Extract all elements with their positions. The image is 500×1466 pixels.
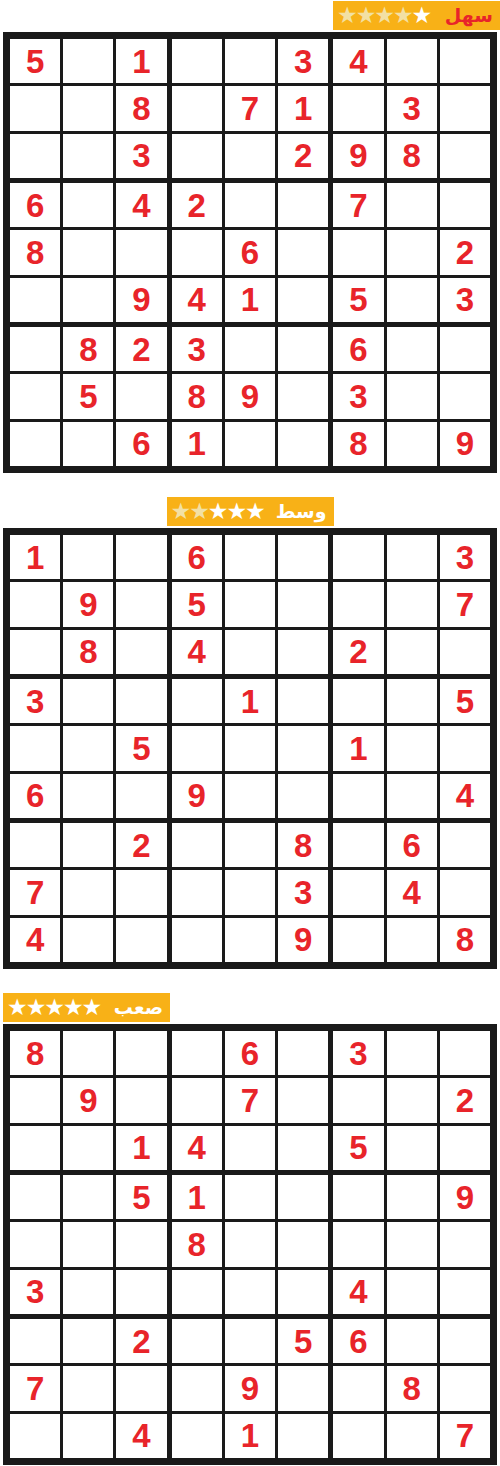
sudoku-cell-r1c3[interactable]: 1	[116, 39, 166, 83]
sudoku-cell-r9c9[interactable]: 7	[440, 1414, 490, 1458]
sudoku-cell-r8c1[interactable]: 7	[10, 870, 60, 914]
sudoku-cell-r7c2[interactable]: 8	[63, 327, 113, 371]
sudoku-cell-r2c8[interactable]	[387, 1078, 437, 1122]
sudoku-box: 274	[10, 823, 167, 962]
sudoku-cell-r4c3[interactable]: 5	[116, 1175, 166, 1219]
given-digit: 4	[188, 635, 206, 668]
sudoku-cell-r6c9[interactable]: 4	[440, 774, 490, 818]
sudoku-cell-r5c3[interactable]: 5	[116, 726, 166, 770]
sudoku-cell-r1c5[interactable]: 6	[225, 1031, 275, 1075]
sudoku-cell-r6c8[interactable]	[387, 278, 437, 322]
sudoku-cell-r5c4[interactable]	[172, 230, 222, 274]
sudoku-cell-r9c3[interactable]	[116, 918, 166, 962]
given-digit: 6	[132, 427, 150, 460]
sudoku-cell-r6c8[interactable]	[387, 774, 437, 818]
sudoku-cell-r5c1[interactable]: 8	[10, 230, 60, 274]
sudoku-cell-r4c2[interactable]	[63, 1175, 113, 1219]
sudoku-cell-r1c1[interactable]: 5	[10, 39, 60, 83]
sudoku-cell-r9c7[interactable]	[333, 918, 383, 962]
sudoku-cell-r9c3[interactable]: 4	[116, 1414, 166, 1458]
given-digit: 5	[349, 1131, 367, 1164]
sudoku-cell-r2c4[interactable]	[172, 86, 222, 130]
sudoku-cell-r4c6[interactable]	[278, 1175, 328, 1219]
sudoku-cell-r8c6[interactable]: 3	[278, 870, 328, 914]
star-icon: ★	[208, 497, 229, 526]
sudoku-cell-r6c5[interactable]: 1	[225, 278, 275, 322]
sudoku-cell-r3c9[interactable]	[440, 134, 490, 178]
sudoku-cell-r6c7[interactable]	[333, 774, 383, 818]
sudoku-cell-r9c9[interactable]: 8	[440, 918, 490, 962]
sudoku-cell-r2c3[interactable]	[116, 582, 166, 626]
sudoku-cell-r3c9[interactable]	[440, 630, 490, 674]
sudoku-cell-r5c4[interactable]: 8	[172, 1222, 222, 1266]
sudoku-cell-r3c4[interactable]: 4	[172, 1126, 222, 1170]
sudoku-cell-r5c8[interactable]	[387, 1222, 437, 1266]
sudoku-cell-r8c3[interactable]	[116, 870, 166, 914]
sudoku-cell-r4c7[interactable]	[333, 679, 383, 723]
sudoku-cell-r1c8[interactable]	[387, 535, 437, 579]
sudoku-cell-r3c6[interactable]	[278, 1126, 328, 1170]
sudoku-cell-r7c9[interactable]	[440, 327, 490, 371]
sudoku-cell-r6c6[interactable]	[278, 278, 328, 322]
sudoku-cell-r4c8[interactable]	[387, 679, 437, 723]
sudoku-cell-r1c6[interactable]: 3	[278, 39, 328, 83]
sudoku-cell-r5c1[interactable]	[10, 1222, 60, 1266]
sudoku-cell-r1c9[interactable]	[440, 1031, 490, 1075]
sudoku-cell-r4c2[interactable]	[63, 183, 113, 227]
difficulty-label: صعب	[114, 993, 163, 1022]
sudoku-cell-r2c5[interactable]	[225, 582, 275, 626]
sudoku-cell-r5c8[interactable]	[387, 230, 437, 274]
sudoku-cell-r1c3[interactable]	[116, 535, 166, 579]
sudoku-cell-r2c5[interactable]: 7	[225, 86, 275, 130]
star-icon: ★	[356, 1, 377, 30]
sudoku-cell-r3c7[interactable]: 2	[333, 630, 383, 674]
sudoku-cell-r4c5[interactable]: 1	[225, 679, 275, 723]
sudoku-cell-r4c1[interactable]: 3	[10, 679, 60, 723]
sudoku-cell-r2c9[interactable]: 2	[440, 1078, 490, 1122]
sudoku-cell-r6c7[interactable]: 4	[333, 1270, 383, 1314]
sudoku-cell-r7c1[interactable]	[10, 823, 60, 867]
given-digit: 8	[26, 236, 44, 269]
sudoku-cell-r8c4[interactable]: 8	[172, 374, 222, 418]
sudoku-box: 654	[172, 535, 329, 674]
sudoku-cell-r3c1[interactable]	[10, 134, 60, 178]
sudoku-cell-r8c7[interactable]	[333, 1366, 383, 1410]
difficulty-banner-easy: ★★★★★ سهل	[333, 1, 500, 30]
sudoku-cell-r5c6[interactable]	[278, 1222, 328, 1266]
sudoku-cell-r2c8[interactable]	[387, 582, 437, 626]
sudoku-box: 4398	[333, 39, 490, 178]
sudoku-cell-r4c9[interactable]: 9	[440, 1175, 490, 1219]
sudoku-cell-r1c3[interactable]	[116, 1031, 166, 1075]
given-digit: 5	[349, 283, 367, 316]
sudoku-cell-r6c4[interactable]	[172, 1270, 222, 1314]
sudoku-cell-r4c7[interactable]: 7	[333, 183, 383, 227]
sudoku-cell-r6c5[interactable]	[225, 1270, 275, 1314]
sudoku-cell-r8c6[interactable]	[278, 1366, 328, 1410]
sudoku-cell-r3c6[interactable]	[278, 630, 328, 674]
sudoku-cell-r1c7[interactable]: 4	[333, 39, 383, 83]
sudoku-cell-r3c5[interactable]	[225, 134, 275, 178]
sudoku-cell-r2c2[interactable]	[63, 86, 113, 130]
sudoku-cell-r3c8[interactable]	[387, 1126, 437, 1170]
sudoku-cell-r3c8[interactable]	[387, 630, 437, 674]
sudoku-cell-r6c3[interactable]	[116, 774, 166, 818]
sudoku-cell-r5c3[interactable]	[116, 230, 166, 274]
star-icon: ★	[245, 497, 266, 526]
sudoku-cell-r1c6[interactable]	[278, 1031, 328, 1075]
given-digit: 8	[79, 635, 97, 668]
sudoku-cell-r8c1[interactable]	[10, 374, 60, 418]
sudoku-cell-r7c5[interactable]	[225, 823, 275, 867]
sudoku-cell-r6c9[interactable]: 3	[440, 278, 490, 322]
sudoku-cell-r6c1[interactable]	[10, 278, 60, 322]
sudoku-cell-r3c3[interactable]: 3	[116, 134, 166, 178]
given-digit: 1	[241, 283, 259, 316]
given-digit: 4	[26, 923, 44, 956]
sudoku-cell-r4c7[interactable]	[333, 1175, 383, 1219]
given-digit: 3	[349, 1037, 367, 1070]
sudoku-cell-r9c7[interactable]	[333, 1414, 383, 1458]
sudoku-cell-r6c7[interactable]: 5	[333, 278, 383, 322]
sudoku-cell-r8c5[interactable]: 9	[225, 1366, 275, 1410]
sudoku-cell-r5c5[interactable]	[225, 726, 275, 770]
sudoku-cell-r9c5[interactable]	[225, 918, 275, 962]
sudoku-cell-r1c6[interactable]	[278, 535, 328, 579]
sudoku-cell-r4c9[interactable]: 5	[440, 679, 490, 723]
sudoku-cell-r9c5[interactable]	[225, 422, 275, 466]
sudoku-cell-r7c7[interactable]: 6	[333, 1319, 383, 1363]
sudoku-cell-r6c6[interactable]	[278, 774, 328, 818]
given-digit: 1	[26, 541, 44, 574]
sudoku-cell-r1c7[interactable]: 3	[333, 1031, 383, 1075]
sudoku-cell-r5c8[interactable]	[387, 726, 437, 770]
sudoku-cell-r8c9[interactable]	[440, 374, 490, 418]
sudoku-cell-r8c5[interactable]: 9	[225, 374, 275, 418]
sudoku-cell-r4c6[interactable]	[278, 679, 328, 723]
sudoku-cell-r7c4[interactable]: 3	[172, 327, 222, 371]
sudoku-box: 7253	[333, 183, 490, 322]
sudoku-cell-r2c1[interactable]	[10, 582, 60, 626]
sudoku-cell-r7c7[interactable]	[333, 823, 383, 867]
given-digit: 5	[456, 685, 474, 718]
sudoku-cell-r2c5[interactable]: 7	[225, 1078, 275, 1122]
sudoku-cell-r8c2[interactable]	[63, 1366, 113, 1410]
sudoku-cell-r6c9[interactable]	[440, 1270, 490, 1314]
banner-row-hard: ★★★★★ صعب	[0, 993, 500, 1022]
sudoku-cell-r5c2[interactable]	[63, 230, 113, 274]
sudoku-cell-r1c9[interactable]	[440, 39, 490, 83]
sudoku-cell-r7c8[interactable]	[387, 327, 437, 371]
sudoku-cell-r1c7[interactable]	[333, 535, 383, 579]
sudoku-cell-r1c5[interactable]	[225, 535, 275, 579]
sudoku-cell-r3c1[interactable]	[10, 1126, 60, 1170]
sudoku-cell-r2c8[interactable]: 3	[387, 86, 437, 130]
sudoku-cell-r8c4[interactable]	[172, 870, 222, 914]
given-digit: 1	[188, 1181, 206, 1214]
given-digit: 4	[188, 1131, 206, 1164]
sudoku-cell-r5c7[interactable]	[333, 1222, 383, 1266]
sudoku-cell-r6c4[interactable]: 4	[172, 278, 222, 322]
sudoku-cell-r8c2[interactable]: 5	[63, 374, 113, 418]
sudoku-cell-r2c9[interactable]: 7	[440, 582, 490, 626]
sudoku-cell-r2c2[interactable]: 9	[63, 1078, 113, 1122]
sudoku-cell-r7c7[interactable]: 6	[333, 327, 383, 371]
sudoku-cell-r8c8[interactable]: 8	[387, 1366, 437, 1410]
sudoku-cell-r7c3[interactable]: 2	[116, 327, 166, 371]
sudoku-cell-r6c4[interactable]: 9	[172, 774, 222, 818]
sudoku-cell-r2c6[interactable]	[278, 582, 328, 626]
sudoku-cell-r1c1[interactable]: 8	[10, 1031, 60, 1075]
sudoku-cell-r9c2[interactable]	[63, 422, 113, 466]
sudoku-cell-r5c6[interactable]	[278, 230, 328, 274]
given-digit: 3	[349, 380, 367, 413]
sudoku-cell-r2c6[interactable]: 1	[278, 86, 328, 130]
sudoku-cell-r8c6[interactable]	[278, 374, 328, 418]
star-icon: ★	[374, 1, 395, 30]
given-digit: 8	[79, 333, 97, 366]
sudoku-cell-r8c8[interactable]: 4	[387, 870, 437, 914]
sudoku-cell-r1c4[interactable]	[172, 1031, 222, 1075]
sudoku-cell-r9c3[interactable]: 6	[116, 422, 166, 466]
sudoku-cell-r2c2[interactable]: 9	[63, 582, 113, 626]
sudoku-cell-r5c2[interactable]	[63, 726, 113, 770]
sudoku-cell-r3c4[interactable]: 4	[172, 630, 222, 674]
given-digit: 1	[132, 1131, 150, 1164]
sudoku-cell-r2c4[interactable]	[172, 1078, 222, 1122]
sudoku-cell-r5c9[interactable]	[440, 1222, 490, 1266]
sudoku-cell-r4c4[interactable]: 2	[172, 183, 222, 227]
sudoku-cell-r5c4[interactable]	[172, 726, 222, 770]
sudoku-cell-r7c6[interactable]	[278, 327, 328, 371]
sudoku-cell-r3c3[interactable]: 1	[116, 1126, 166, 1170]
sudoku-cell-r2c1[interactable]	[10, 86, 60, 130]
sudoku-cell-r5c3[interactable]	[116, 1222, 166, 1266]
sudoku-cell-r7c2[interactable]	[63, 1319, 113, 1363]
sudoku-cell-r3c2[interactable]: 8	[63, 630, 113, 674]
sudoku-cell-r3c9[interactable]	[440, 1126, 490, 1170]
sudoku-box: 6389	[333, 327, 490, 466]
sudoku-cell-r7c4[interactable]	[172, 823, 222, 867]
given-digit: 8	[402, 1372, 420, 1405]
given-digit: 6	[402, 829, 420, 862]
sudoku-cell-r7c6[interactable]: 5	[278, 1319, 328, 1363]
sudoku-cell-r1c2[interactable]	[63, 39, 113, 83]
sudoku-cell-r2c9[interactable]	[440, 86, 490, 130]
sudoku-cell-r9c8[interactable]	[387, 1414, 437, 1458]
given-digit: 4	[349, 1275, 367, 1308]
sudoku-box: 53	[10, 1175, 167, 1314]
sudoku-cell-r9c2[interactable]	[63, 918, 113, 962]
sudoku-cell-r9c4[interactable]	[172, 918, 222, 962]
sudoku-cell-r9c6[interactable]: 9	[278, 918, 328, 962]
sudoku-cell-r9c9[interactable]: 9	[440, 422, 490, 466]
sudoku-cell-r5c5[interactable]: 6	[225, 230, 275, 274]
given-digit: 8	[132, 92, 150, 125]
sudoku-cell-r6c6[interactable]	[278, 1270, 328, 1314]
sudoku-cell-r2c4[interactable]: 5	[172, 582, 222, 626]
sudoku-cell-r7c6[interactable]: 8	[278, 823, 328, 867]
sudoku-cell-r7c3[interactable]: 2	[116, 823, 166, 867]
given-digit: 9	[79, 1084, 97, 1117]
sudoku-cell-r7c8[interactable]	[387, 1319, 437, 1363]
sudoku-cell-r9c5[interactable]: 1	[225, 1414, 275, 1458]
sudoku-cell-r4c9[interactable]	[440, 183, 490, 227]
sudoku-cell-r4c4[interactable]: 1	[172, 1175, 222, 1219]
sudoku-cell-r9c2[interactable]	[63, 1414, 113, 1458]
sudoku-cell-r3c7[interactable]: 9	[333, 134, 383, 178]
sudoku-cell-r9c4[interactable]	[172, 1414, 222, 1458]
sudoku-cell-r9c8[interactable]	[387, 422, 437, 466]
sudoku-cell-r4c6[interactable]	[278, 183, 328, 227]
sudoku-cell-r7c9[interactable]	[440, 1319, 490, 1363]
given-digit: 2	[132, 1325, 150, 1358]
sudoku-cell-r9c7[interactable]: 8	[333, 422, 383, 466]
sudoku-cell-r9c1[interactable]	[10, 1414, 60, 1458]
sudoku-cell-r6c8[interactable]	[387, 1270, 437, 1314]
given-digit: 9	[349, 139, 367, 172]
sudoku-cell-r4c5[interactable]	[225, 183, 275, 227]
sudoku-cell-r4c8[interactable]	[387, 183, 437, 227]
sudoku-cell-r2c6[interactable]	[278, 1078, 328, 1122]
sudoku-grid: 891674325531894274591687	[3, 1024, 497, 1465]
sudoku-cell-r2c3[interactable]: 8	[116, 86, 166, 130]
star-icon: ★	[63, 993, 84, 1022]
sudoku-cell-r6c3[interactable]: 9	[116, 278, 166, 322]
sudoku-box: 274	[10, 1319, 167, 1458]
given-digit: 4	[402, 876, 420, 909]
given-digit: 6	[349, 333, 367, 366]
sudoku-cell-r4c1[interactable]	[10, 1175, 60, 1219]
sudoku-cell-r7c5[interactable]	[225, 1319, 275, 1363]
sudoku-cell-r3c6[interactable]: 2	[278, 134, 328, 178]
sudoku-cell-r7c3[interactable]: 2	[116, 1319, 166, 1363]
sudoku-cell-r8c3[interactable]	[116, 1366, 166, 1410]
sudoku-cell-r5c9[interactable]	[440, 726, 490, 770]
given-digit: 8	[26, 1037, 44, 1070]
sudoku-cell-r1c4[interactable]: 6	[172, 535, 222, 579]
sudoku-cell-r9c1[interactable]: 4	[10, 918, 60, 962]
sudoku-cell-r4c8[interactable]	[387, 1175, 437, 1219]
sudoku-cell-r4c2[interactable]	[63, 679, 113, 723]
sudoku-cell-r4c1[interactable]: 6	[10, 183, 60, 227]
sudoku-cell-r7c1[interactable]	[10, 327, 60, 371]
given-digit: 6	[26, 779, 44, 812]
sudoku-cell-r6c3[interactable]	[116, 1270, 166, 1314]
sudoku-cell-r8c1[interactable]: 7	[10, 1366, 60, 1410]
sudoku-cell-r1c1[interactable]: 1	[10, 535, 60, 579]
sudoku-cell-r6c2[interactable]	[63, 1270, 113, 1314]
sudoku-cell-r4c4[interactable]	[172, 679, 222, 723]
sudoku-cell-r5c2[interactable]	[63, 1222, 113, 1266]
given-digit: 6	[241, 1037, 259, 1070]
sudoku-cell-r9c4[interactable]: 1	[172, 422, 222, 466]
sudoku-cell-r8c7[interactable]	[333, 870, 383, 914]
sudoku-cell-r6c2[interactable]	[63, 278, 113, 322]
sudoku-cell-r2c7[interactable]	[333, 582, 383, 626]
given-digit: 3	[188, 333, 206, 366]
given-digit: 7	[241, 92, 259, 125]
sudoku-cell-r9c1[interactable]	[10, 422, 60, 466]
given-digit: 1	[241, 685, 259, 718]
sudoku-cell-r1c2[interactable]	[63, 535, 113, 579]
sudoku-cell-r6c2[interactable]	[63, 774, 113, 818]
sudoku-cell-r8c7[interactable]: 3	[333, 374, 383, 418]
sudoku-cell-r3c1[interactable]	[10, 630, 60, 674]
sudoku-cell-r2c7[interactable]	[333, 86, 383, 130]
sudoku-cell-r5c7[interactable]: 1	[333, 726, 383, 770]
sudoku-cell-r8c9[interactable]	[440, 870, 490, 914]
sudoku-cell-r8c4[interactable]	[172, 1366, 222, 1410]
sudoku-cell-r6c1[interactable]: 6	[10, 774, 60, 818]
sudoku-cell-r7c1[interactable]	[10, 1319, 60, 1363]
sudoku-cell-r3c7[interactable]: 5	[333, 1126, 383, 1170]
sudoku-cell-r1c5[interactable]	[225, 39, 275, 83]
sudoku-cell-r1c9[interactable]: 3	[440, 535, 490, 579]
sudoku-cell-r8c2[interactable]	[63, 870, 113, 914]
given-digit: 4	[188, 283, 206, 316]
given-digit: 2	[456, 1084, 474, 1117]
sudoku-cell-r7c4[interactable]	[172, 1319, 222, 1363]
sudoku-cell-r5c5[interactable]	[225, 1222, 275, 1266]
sudoku-cell-r7c5[interactable]	[225, 327, 275, 371]
sudoku-page: ★★★★★ سهل 518337124398648926417253825638…	[0, 1, 500, 1465]
sudoku-cell-r1c8[interactable]	[387, 39, 437, 83]
sudoku-cell-r2c1[interactable]	[10, 1078, 60, 1122]
sudoku-cell-r4c5[interactable]	[225, 1175, 275, 1219]
sudoku-cell-r8c3[interactable]	[116, 374, 166, 418]
sudoku-cell-r8c8[interactable]	[387, 374, 437, 418]
given-digit: 8	[188, 1228, 206, 1261]
sudoku-cell-r5c6[interactable]	[278, 726, 328, 770]
sudoku-cell-r3c5[interactable]	[225, 1126, 275, 1170]
sudoku-cell-r8c5[interactable]	[225, 870, 275, 914]
sudoku-cell-r6c1[interactable]: 3	[10, 1270, 60, 1314]
sudoku-cell-r2c7[interactable]	[333, 1078, 383, 1122]
sudoku-cell-r8c9[interactable]	[440, 1366, 490, 1410]
sudoku-cell-r7c9[interactable]	[440, 823, 490, 867]
sudoku-cell-r1c2[interactable]	[63, 1031, 113, 1075]
sudoku-cell-r1c4[interactable]	[172, 39, 222, 83]
star-icon: ★	[82, 993, 103, 1022]
sudoku-cell-r7c2[interactable]	[63, 823, 113, 867]
given-digit: 4	[132, 1419, 150, 1452]
given-digit: 3	[456, 541, 474, 574]
sudoku-cell-r3c4[interactable]	[172, 134, 222, 178]
sudoku-cell-r2c3[interactable]	[116, 1078, 166, 1122]
sudoku-cell-r3c5[interactable]	[225, 630, 275, 674]
sudoku-box: 3712	[172, 39, 329, 178]
sudoku-cell-r6c5[interactable]	[225, 774, 275, 818]
sudoku-cell-r3c2[interactable]	[63, 1126, 113, 1170]
sudoku-cell-r9c6[interactable]	[278, 1414, 328, 1458]
sudoku-cell-r9c8[interactable]	[387, 918, 437, 962]
sudoku-cell-r5c9[interactable]: 2	[440, 230, 490, 274]
sudoku-cell-r4c3[interactable]: 4	[116, 183, 166, 227]
sudoku-cell-r3c3[interactable]	[116, 630, 166, 674]
sudoku-cell-r3c2[interactable]	[63, 134, 113, 178]
sudoku-cell-r9c6[interactable]	[278, 422, 328, 466]
sudoku-cell-r7c8[interactable]: 6	[387, 823, 437, 867]
sudoku-cell-r4c3[interactable]	[116, 679, 166, 723]
sudoku-cell-r5c7[interactable]	[333, 230, 383, 274]
sudoku-cell-r3c8[interactable]: 8	[387, 134, 437, 178]
given-digit: 3	[456, 283, 474, 316]
sudoku-cell-r5c1[interactable]	[10, 726, 60, 770]
sudoku-cell-r1c8[interactable]	[387, 1031, 437, 1075]
sudoku-section-hard: ★★★★★ صعب 891674325531894274591687	[0, 993, 500, 1465]
